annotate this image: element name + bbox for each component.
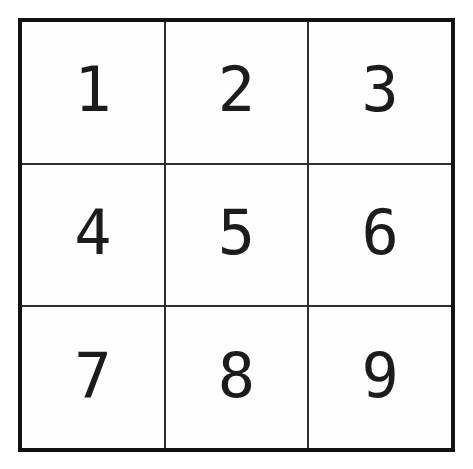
puzzle-board: 1 2 3 4 5 6 7 8 9 [18,18,455,452]
cell-r3c2: 8 [166,307,308,448]
cell-r1c1: 1 [22,22,164,163]
cell-value: 8 [218,345,255,407]
cell-r2c2: 5 [166,165,308,306]
cell-value: 7 [74,345,111,407]
cell-r3c3: 9 [309,307,451,448]
cell-value: 3 [362,59,399,121]
cell-value: 4 [74,202,111,264]
cell-value: 6 [362,202,399,264]
page: 1 2 3 4 5 6 7 8 9 [0,0,473,469]
cell-value: 5 [218,202,255,264]
cell-r2c3: 6 [309,165,451,306]
cell-r3c1: 7 [22,307,164,448]
cell-r1c3: 3 [309,22,451,163]
cell-r1c2: 2 [166,22,308,163]
cell-value: 2 [218,59,255,121]
cell-value: 1 [74,59,111,121]
cell-r2c1: 4 [22,165,164,306]
cell-value: 9 [362,345,399,407]
